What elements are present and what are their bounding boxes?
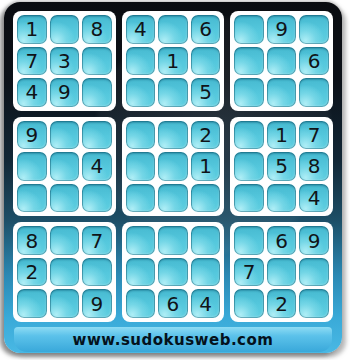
cell-r1c6[interactable]: 6 (191, 15, 221, 44)
cell-r4c5[interactable] (158, 121, 188, 150)
box-4: 21 (122, 117, 225, 217)
cell-r9c9[interactable] (299, 289, 329, 318)
cell-r7c2[interactable] (50, 226, 80, 255)
cell-r8c7[interactable]: 7 (234, 258, 264, 287)
cell-r3c7[interactable] (234, 78, 264, 107)
box-0: 187349 (13, 11, 116, 111)
cell-r9c4[interactable] (126, 289, 156, 318)
sudoku-board: 187349 4615 96 94 21 17584 8729 64 6972 (13, 11, 333, 322)
box-7: 64 (122, 222, 225, 322)
cell-r6c1[interactable] (17, 184, 47, 213)
cell-r3c2[interactable]: 9 (50, 78, 80, 107)
cell-r7c8[interactable]: 6 (267, 226, 297, 255)
box-5: 17584 (230, 117, 333, 217)
cell-r8c2[interactable] (50, 258, 80, 287)
cell-r8c4[interactable] (126, 258, 156, 287)
cell-r4c9[interactable]: 7 (299, 121, 329, 150)
cell-r9c6[interactable]: 4 (191, 289, 221, 318)
cell-r9c1[interactable] (17, 289, 47, 318)
sudoku-widget: 187349 4615 96 94 21 17584 8729 64 6972 … (0, 0, 350, 360)
cell-r9c3[interactable]: 9 (82, 289, 112, 318)
cell-r6c5[interactable] (158, 184, 188, 213)
site-url[interactable]: www.sudokusweb.com (14, 327, 332, 352)
cell-r6c2[interactable] (50, 184, 80, 213)
cell-r5c8[interactable]: 5 (267, 152, 297, 181)
cell-r8c9[interactable] (299, 258, 329, 287)
cell-r5c4[interactable] (126, 152, 156, 181)
cell-r1c4[interactable]: 4 (126, 15, 156, 44)
cell-r2c3[interactable] (82, 47, 112, 76)
cell-r7c5[interactable] (158, 226, 188, 255)
cell-r8c6[interactable] (191, 258, 221, 287)
cell-r4c7[interactable] (234, 121, 264, 150)
cell-r1c5[interactable] (158, 15, 188, 44)
cell-r8c1[interactable]: 2 (17, 258, 47, 287)
cell-r1c3[interactable]: 8 (82, 15, 112, 44)
cell-r4c4[interactable] (126, 121, 156, 150)
cell-r3c5[interactable] (158, 78, 188, 107)
cell-r1c1[interactable]: 1 (17, 15, 47, 44)
cell-r6c8[interactable] (267, 184, 297, 213)
cell-r2c2[interactable]: 3 (50, 47, 80, 76)
cell-r5c2[interactable] (50, 152, 80, 181)
cell-r2c9[interactable]: 6 (299, 47, 329, 76)
cell-r7c7[interactable] (234, 226, 264, 255)
cell-r1c2[interactable] (50, 15, 80, 44)
cell-r5c5[interactable] (158, 152, 188, 181)
cell-r2c8[interactable] (267, 47, 297, 76)
cell-r1c7[interactable] (234, 15, 264, 44)
board-frame: 187349 4615 96 94 21 17584 8729 64 6972 … (4, 2, 342, 353)
cell-r7c3[interactable]: 7 (82, 226, 112, 255)
cell-r4c2[interactable] (50, 121, 80, 150)
cell-r7c6[interactable] (191, 226, 221, 255)
cell-r8c3[interactable] (82, 258, 112, 287)
cell-r3c9[interactable] (299, 78, 329, 107)
cell-r2c1[interactable]: 7 (17, 47, 47, 76)
cell-r7c1[interactable]: 8 (17, 226, 47, 255)
cell-r3c6[interactable]: 5 (191, 78, 221, 107)
cell-r5c6[interactable]: 1 (191, 152, 221, 181)
cell-r9c8[interactable]: 2 (267, 289, 297, 318)
cell-r4c6[interactable]: 2 (191, 121, 221, 150)
cell-r6c3[interactable] (82, 184, 112, 213)
cell-r3c1[interactable]: 4 (17, 78, 47, 107)
cell-r6c4[interactable] (126, 184, 156, 213)
cell-r3c3[interactable] (82, 78, 112, 107)
box-2: 96 (230, 11, 333, 111)
cell-r9c7[interactable] (234, 289, 264, 318)
cell-r4c8[interactable]: 1 (267, 121, 297, 150)
cell-r4c3[interactable] (82, 121, 112, 150)
cell-r3c4[interactable] (126, 78, 156, 107)
box-3: 94 (13, 117, 116, 217)
cell-r9c2[interactable] (50, 289, 80, 318)
cell-r2c4[interactable] (126, 47, 156, 76)
cell-r2c5[interactable]: 1 (158, 47, 188, 76)
cell-r8c5[interactable] (158, 258, 188, 287)
cell-r3c8[interactable] (267, 78, 297, 107)
cell-r6c9[interactable]: 4 (299, 184, 329, 213)
cell-r7c9[interactable]: 9 (299, 226, 329, 255)
box-6: 8729 (13, 222, 116, 322)
cell-r5c9[interactable]: 8 (299, 152, 329, 181)
cell-r9c5[interactable]: 6 (158, 289, 188, 318)
cell-r6c7[interactable] (234, 184, 264, 213)
cell-r8c8[interactable] (267, 258, 297, 287)
cell-r5c3[interactable]: 4 (82, 152, 112, 181)
box-8: 6972 (230, 222, 333, 322)
cell-r7c4[interactable] (126, 226, 156, 255)
cell-r4c1[interactable]: 9 (17, 121, 47, 150)
cell-r2c6[interactable] (191, 47, 221, 76)
cell-r6c6[interactable] (191, 184, 221, 213)
cell-r5c7[interactable] (234, 152, 264, 181)
box-1: 4615 (122, 11, 225, 111)
cell-r5c1[interactable] (17, 152, 47, 181)
cell-r1c9[interactable] (299, 15, 329, 44)
cell-r1c8[interactable]: 9 (267, 15, 297, 44)
cell-r2c7[interactable] (234, 47, 264, 76)
